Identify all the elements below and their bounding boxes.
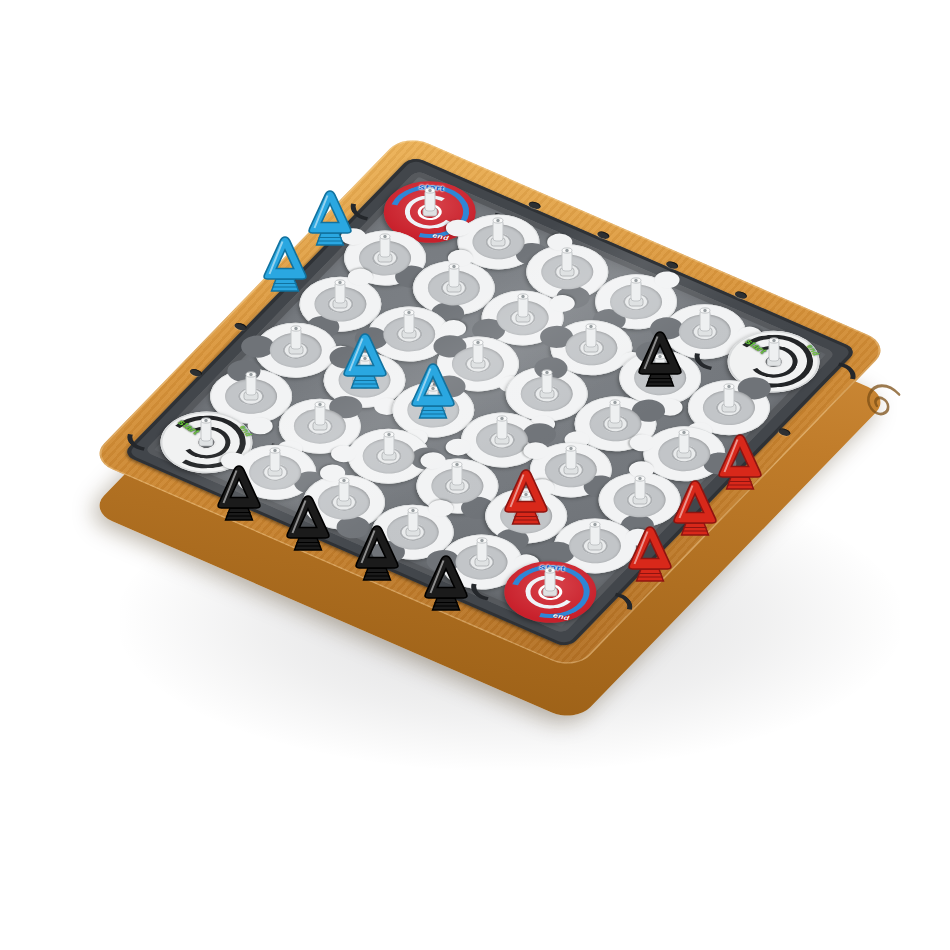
rotor-arm	[445, 219, 471, 237]
rotor-arm	[347, 268, 374, 286]
product-photo-scene: { "game": "Whirlwind-style rotor race bo…	[0, 0, 950, 950]
end-label: end	[551, 613, 570, 622]
